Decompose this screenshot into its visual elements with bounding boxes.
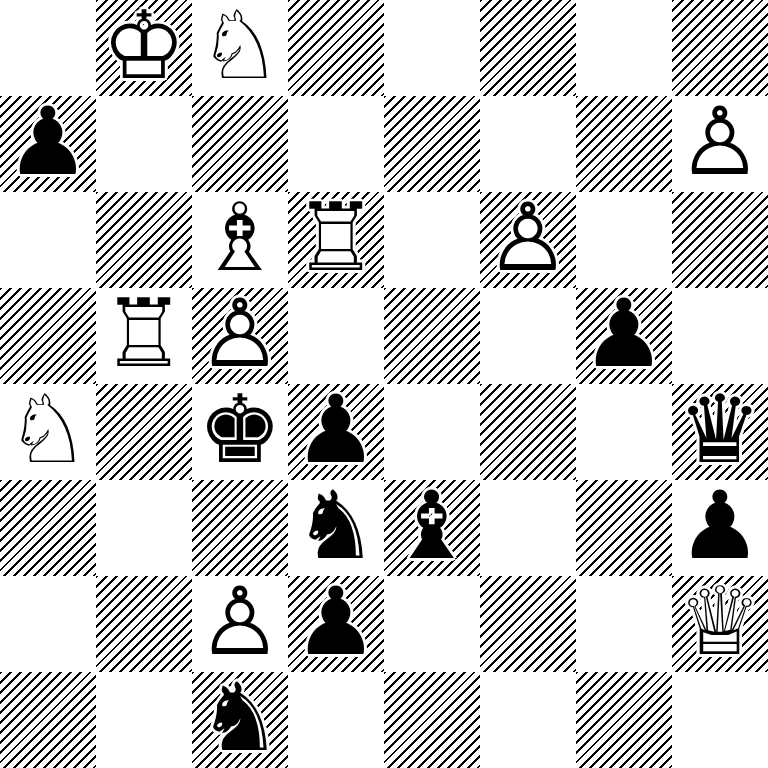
square-b4[interactable] — [96, 384, 192, 480]
square-g4[interactable] — [576, 384, 672, 480]
square-f6[interactable]: ♟♙ — [480, 192, 576, 288]
square-d4[interactable]: ♟♟ — [288, 384, 384, 480]
white-pawn-piece[interactable]: ♟♙ — [480, 192, 576, 288]
square-b1[interactable] — [96, 672, 192, 768]
square-d2[interactable]: ♟♟ — [288, 576, 384, 672]
black-king-piece[interactable]: ♚♚ — [192, 384, 288, 480]
square-d8[interactable] — [288, 0, 384, 96]
square-h5[interactable] — [672, 288, 768, 384]
square-c7[interactable] — [192, 96, 288, 192]
white-knight-glyph: ♘ — [6, 384, 90, 477]
square-b6[interactable] — [96, 192, 192, 288]
white-rook-piece[interactable]: ♜♖ — [288, 192, 384, 288]
white-pawn-glyph: ♙ — [678, 96, 762, 189]
square-h3[interactable]: ♟♟ — [672, 480, 768, 576]
white-bishop-glyph: ♗ — [198, 192, 282, 285]
black-king-glyph: ♚ — [198, 384, 282, 477]
white-knight-glyph: ♘ — [198, 0, 282, 93]
square-h7[interactable]: ♟♙ — [672, 96, 768, 192]
black-pawn-glyph: ♟ — [6, 96, 90, 189]
square-g6[interactable] — [576, 192, 672, 288]
square-g3[interactable] — [576, 480, 672, 576]
square-e2[interactable] — [384, 576, 480, 672]
square-a5[interactable] — [0, 288, 96, 384]
black-bishop-piece[interactable]: ♝♝ — [384, 480, 480, 576]
square-g8[interactable] — [576, 0, 672, 96]
square-c2[interactable]: ♟♙ — [192, 576, 288, 672]
black-pawn-glyph: ♟ — [582, 288, 666, 381]
square-d6[interactable]: ♜♖ — [288, 192, 384, 288]
square-g2[interactable] — [576, 576, 672, 672]
black-pawn-glyph: ♟ — [294, 576, 378, 669]
square-h8[interactable] — [672, 0, 768, 96]
square-d1[interactable] — [288, 672, 384, 768]
square-g5[interactable]: ♟♟ — [576, 288, 672, 384]
square-c6[interactable]: ♝♗ — [192, 192, 288, 288]
white-rook-glyph: ♖ — [102, 288, 186, 381]
square-f4[interactable] — [480, 384, 576, 480]
square-b5[interactable]: ♜♖ — [96, 288, 192, 384]
white-queen-glyph: ♕ — [678, 576, 762, 669]
white-knight-piece[interactable]: ♞♘ — [192, 0, 288, 96]
square-g1[interactable] — [576, 672, 672, 768]
square-a2[interactable] — [0, 576, 96, 672]
white-pawn-piece[interactable]: ♟♙ — [192, 288, 288, 384]
black-pawn-piece[interactable]: ♟♟ — [576, 288, 672, 384]
black-pawn-piece[interactable]: ♟♟ — [0, 96, 96, 192]
white-pawn-piece[interactable]: ♟♙ — [672, 96, 768, 192]
square-d7[interactable] — [288, 96, 384, 192]
black-knight-glyph: ♞ — [294, 480, 378, 573]
square-b2[interactable] — [96, 576, 192, 672]
square-e4[interactable] — [384, 384, 480, 480]
square-e7[interactable] — [384, 96, 480, 192]
square-c3[interactable] — [192, 480, 288, 576]
square-e6[interactable] — [384, 192, 480, 288]
white-pawn-glyph: ♙ — [198, 576, 282, 669]
square-h1[interactable] — [672, 672, 768, 768]
square-c5[interactable]: ♟♙ — [192, 288, 288, 384]
white-pawn-glyph: ♙ — [198, 288, 282, 381]
black-queen-glyph: ♛ — [678, 384, 762, 477]
white-pawn-glyph: ♙ — [486, 192, 570, 285]
square-f8[interactable] — [480, 0, 576, 96]
square-f5[interactable] — [480, 288, 576, 384]
square-f7[interactable] — [480, 96, 576, 192]
black-knight-glyph: ♞ — [198, 672, 282, 765]
black-pawn-piece[interactable]: ♟♟ — [672, 480, 768, 576]
square-a4[interactable]: ♞♘ — [0, 384, 96, 480]
square-d5[interactable] — [288, 288, 384, 384]
square-e5[interactable] — [384, 288, 480, 384]
square-a8[interactable] — [0, 0, 96, 96]
black-pawn-glyph: ♟ — [294, 384, 378, 477]
square-c1[interactable]: ♞♞ — [192, 672, 288, 768]
square-e1[interactable] — [384, 672, 480, 768]
square-g7[interactable] — [576, 96, 672, 192]
black-queen-piece[interactable]: ♛♛ — [672, 384, 768, 480]
white-king-glyph: ♔ — [102, 0, 186, 93]
black-pawn-piece[interactable]: ♟♟ — [288, 576, 384, 672]
square-a1[interactable] — [0, 672, 96, 768]
white-pawn-piece[interactable]: ♟♙ — [192, 576, 288, 672]
square-f1[interactable] — [480, 672, 576, 768]
square-h6[interactable] — [672, 192, 768, 288]
white-knight-piece[interactable]: ♞♘ — [0, 384, 96, 480]
black-knight-piece[interactable]: ♞♞ — [192, 672, 288, 768]
square-a7[interactable]: ♟♟ — [0, 96, 96, 192]
square-c8[interactable]: ♞♘ — [192, 0, 288, 96]
white-rook-piece[interactable]: ♜♖ — [96, 288, 192, 384]
square-b3[interactable] — [96, 480, 192, 576]
square-h4[interactable]: ♛♛ — [672, 384, 768, 480]
white-king-piece[interactable]: ♚♔ — [96, 0, 192, 96]
black-pawn-piece[interactable]: ♟♟ — [288, 384, 384, 480]
square-c4[interactable]: ♚♚ — [192, 384, 288, 480]
white-rook-glyph: ♖ — [294, 192, 378, 285]
square-f2[interactable] — [480, 576, 576, 672]
square-f3[interactable] — [480, 480, 576, 576]
square-a6[interactable] — [0, 192, 96, 288]
black-bishop-glyph: ♝ — [390, 480, 474, 573]
square-e3[interactable]: ♝♝ — [384, 480, 480, 576]
chess-board: ♚♔♞♘♟♟♟♙♝♗♜♖♟♙♜♖♟♙♟♟♞♘♚♚♟♟♛♛♞♞♝♝♟♟♟♙♟♟♛♕… — [0, 0, 768, 768]
square-e8[interactable] — [384, 0, 480, 96]
white-queen-piece[interactable]: ♛♕ — [672, 576, 768, 672]
square-d3[interactable]: ♞♞ — [288, 480, 384, 576]
black-pawn-glyph: ♟ — [678, 480, 762, 573]
square-h2[interactable]: ♛♕ — [672, 576, 768, 672]
square-a3[interactable] — [0, 480, 96, 576]
square-b8[interactable]: ♚♔ — [96, 0, 192, 96]
black-knight-piece[interactable]: ♞♞ — [288, 480, 384, 576]
white-bishop-piece[interactable]: ♝♗ — [192, 192, 288, 288]
square-b7[interactable] — [96, 96, 192, 192]
